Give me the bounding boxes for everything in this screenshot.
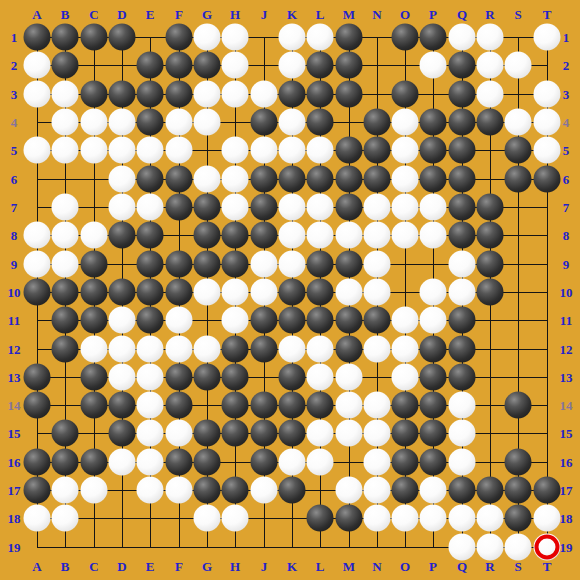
stone-black[interactable] bbox=[336, 194, 363, 221]
coord-label: 12 bbox=[8, 343, 21, 356]
stone-white[interactable] bbox=[449, 420, 476, 447]
stone-black[interactable] bbox=[109, 392, 136, 419]
stone-black[interactable] bbox=[137, 109, 164, 136]
stone-black[interactable] bbox=[392, 81, 419, 108]
stone-white[interactable] bbox=[307, 420, 334, 447]
stone-black[interactable] bbox=[81, 251, 108, 278]
stone-white[interactable] bbox=[420, 52, 447, 79]
stone-black[interactable] bbox=[336, 505, 363, 532]
stone-white[interactable] bbox=[137, 392, 164, 419]
stone-black[interactable] bbox=[364, 137, 391, 164]
stone-white[interactable] bbox=[364, 449, 391, 476]
stone-black[interactable] bbox=[307, 166, 334, 193]
stone-white[interactable] bbox=[392, 307, 419, 334]
stone-white[interactable] bbox=[477, 505, 504, 532]
stone-black[interactable] bbox=[52, 336, 79, 363]
stone-white[interactable] bbox=[336, 222, 363, 249]
stone-white[interactable] bbox=[24, 52, 51, 79]
stone-white[interactable] bbox=[166, 336, 193, 363]
stone-black[interactable] bbox=[109, 420, 136, 447]
stone-black[interactable] bbox=[307, 52, 334, 79]
coord-label: 16 bbox=[560, 456, 573, 469]
stone-black[interactable] bbox=[24, 24, 51, 51]
stone-black[interactable] bbox=[477, 194, 504, 221]
stone-white[interactable] bbox=[534, 505, 561, 532]
stone-white[interactable] bbox=[251, 279, 278, 306]
coord-label: 18 bbox=[560, 512, 573, 525]
stone-white[interactable] bbox=[420, 307, 447, 334]
stone-white[interactable] bbox=[477, 534, 504, 561]
stone-white[interactable] bbox=[52, 137, 79, 164]
stone-black[interactable] bbox=[194, 194, 221, 221]
stone-black[interactable] bbox=[449, 307, 476, 334]
stone-black[interactable] bbox=[364, 307, 391, 334]
stone-black[interactable] bbox=[449, 194, 476, 221]
stone-black[interactable] bbox=[137, 251, 164, 278]
stone-black[interactable] bbox=[251, 194, 278, 221]
stone-white[interactable] bbox=[364, 279, 391, 306]
stone-black[interactable] bbox=[24, 364, 51, 391]
stone-black[interactable] bbox=[137, 307, 164, 334]
stone-white[interactable] bbox=[222, 194, 249, 221]
stone-black[interactable] bbox=[392, 420, 419, 447]
stone-white[interactable] bbox=[109, 336, 136, 363]
stone-white[interactable] bbox=[109, 364, 136, 391]
stone-black[interactable] bbox=[449, 364, 476, 391]
stone-white[interactable] bbox=[364, 477, 391, 504]
coord-label: D bbox=[117, 560, 126, 573]
coord-label: J bbox=[261, 8, 268, 21]
stone-white[interactable] bbox=[477, 24, 504, 51]
stone-white[interactable] bbox=[307, 336, 334, 363]
coord-label: T bbox=[543, 560, 552, 573]
stone-black[interactable] bbox=[279, 81, 306, 108]
stone-white[interactable] bbox=[137, 364, 164, 391]
stone-white[interactable] bbox=[194, 109, 221, 136]
stone-black[interactable] bbox=[279, 279, 306, 306]
stone-black[interactable] bbox=[52, 420, 79, 447]
stone-black[interactable] bbox=[336, 251, 363, 278]
stone-black[interactable] bbox=[449, 81, 476, 108]
stone-white[interactable] bbox=[251, 81, 278, 108]
stone-white[interactable] bbox=[336, 477, 363, 504]
stone-black[interactable] bbox=[392, 392, 419, 419]
stone-white[interactable] bbox=[222, 137, 249, 164]
stone-white[interactable] bbox=[166, 137, 193, 164]
stone-white[interactable] bbox=[534, 81, 561, 108]
stone-black[interactable] bbox=[336, 137, 363, 164]
stone-black[interactable] bbox=[137, 166, 164, 193]
stone-black[interactable] bbox=[336, 24, 363, 51]
stone-black[interactable] bbox=[251, 166, 278, 193]
stone-black[interactable] bbox=[251, 449, 278, 476]
stone-black[interactable] bbox=[194, 364, 221, 391]
stone-white[interactable] bbox=[392, 505, 419, 532]
stone-white[interactable] bbox=[137, 194, 164, 221]
stone-black[interactable] bbox=[109, 279, 136, 306]
stone-white[interactable] bbox=[52, 81, 79, 108]
stone-white[interactable] bbox=[392, 137, 419, 164]
stone-white[interactable] bbox=[279, 449, 306, 476]
stone-black[interactable] bbox=[166, 52, 193, 79]
coord-label: 7 bbox=[563, 201, 570, 214]
stone-black[interactable] bbox=[336, 52, 363, 79]
stone-black[interactable] bbox=[420, 364, 447, 391]
stone-white[interactable] bbox=[194, 166, 221, 193]
coord-label: 13 bbox=[8, 371, 21, 384]
stone-white[interactable] bbox=[222, 307, 249, 334]
stone-white[interactable] bbox=[392, 109, 419, 136]
stone-black[interactable] bbox=[420, 392, 447, 419]
coord-label: M bbox=[343, 8, 355, 21]
stone-white[interactable] bbox=[81, 109, 108, 136]
stone-black[interactable] bbox=[449, 52, 476, 79]
stone-white[interactable] bbox=[137, 449, 164, 476]
stone-black[interactable] bbox=[194, 251, 221, 278]
stone-black[interactable] bbox=[166, 24, 193, 51]
stone-white[interactable] bbox=[505, 109, 532, 136]
stone-black[interactable] bbox=[449, 222, 476, 249]
stone-white[interactable] bbox=[52, 505, 79, 532]
stone-black[interactable] bbox=[336, 307, 363, 334]
coord-label: T bbox=[543, 8, 552, 21]
stone-white[interactable] bbox=[109, 307, 136, 334]
stone-white[interactable] bbox=[279, 24, 306, 51]
coord-label: D bbox=[117, 8, 126, 21]
stone-black[interactable] bbox=[477, 251, 504, 278]
stone-black[interactable] bbox=[449, 477, 476, 504]
stone-black[interactable] bbox=[307, 109, 334, 136]
stone-black[interactable] bbox=[251, 336, 278, 363]
stone-white[interactable] bbox=[279, 194, 306, 221]
stone-black[interactable] bbox=[24, 449, 51, 476]
stone-black[interactable] bbox=[534, 477, 561, 504]
stone-black[interactable] bbox=[364, 166, 391, 193]
stone-white[interactable] bbox=[392, 336, 419, 363]
coord-label: 3 bbox=[11, 88, 18, 101]
stone-white[interactable] bbox=[194, 81, 221, 108]
stone-black[interactable] bbox=[166, 392, 193, 419]
stone-white[interactable] bbox=[505, 52, 532, 79]
stone-black[interactable] bbox=[420, 336, 447, 363]
coord-label: P bbox=[429, 8, 437, 21]
stone-white[interactable] bbox=[279, 137, 306, 164]
stone-black[interactable] bbox=[52, 307, 79, 334]
coord-label: C bbox=[89, 560, 98, 573]
stone-white[interactable] bbox=[449, 279, 476, 306]
stone-white[interactable] bbox=[449, 505, 476, 532]
stone-black[interactable] bbox=[52, 24, 79, 51]
stone-black[interactable] bbox=[222, 420, 249, 447]
stone-black[interactable] bbox=[420, 24, 447, 51]
stone-white[interactable] bbox=[194, 24, 221, 51]
stone-black[interactable] bbox=[251, 222, 278, 249]
stone-white[interactable] bbox=[137, 137, 164, 164]
coord-label: 8 bbox=[11, 229, 18, 242]
stone-black[interactable] bbox=[392, 449, 419, 476]
stone-white[interactable] bbox=[534, 109, 561, 136]
stone-white[interactable] bbox=[477, 81, 504, 108]
stone-white[interactable] bbox=[364, 420, 391, 447]
stone-black[interactable] bbox=[52, 52, 79, 79]
coord-label: 11 bbox=[560, 314, 572, 327]
stone-black[interactable] bbox=[279, 420, 306, 447]
stone-white[interactable] bbox=[420, 505, 447, 532]
stone-black[interactable] bbox=[81, 392, 108, 419]
stone-white[interactable] bbox=[307, 449, 334, 476]
stone-black[interactable] bbox=[222, 251, 249, 278]
stone-white[interactable] bbox=[251, 137, 278, 164]
stone-black[interactable] bbox=[477, 222, 504, 249]
stone-white[interactable] bbox=[449, 392, 476, 419]
stone-white[interactable] bbox=[109, 194, 136, 221]
stone-white[interactable] bbox=[109, 137, 136, 164]
stone-white[interactable] bbox=[279, 109, 306, 136]
stone-white[interactable] bbox=[81, 137, 108, 164]
stone-black[interactable] bbox=[81, 307, 108, 334]
stone-black[interactable] bbox=[279, 477, 306, 504]
stone-black[interactable] bbox=[279, 392, 306, 419]
stone-black[interactable] bbox=[420, 166, 447, 193]
stone-black[interactable] bbox=[420, 420, 447, 447]
stone-black[interactable] bbox=[449, 109, 476, 136]
stone-white[interactable] bbox=[194, 505, 221, 532]
coord-label: L bbox=[316, 8, 325, 21]
stone-white[interactable] bbox=[52, 194, 79, 221]
stone-white[interactable] bbox=[109, 109, 136, 136]
stone-black[interactable] bbox=[251, 109, 278, 136]
stone-white[interactable] bbox=[336, 364, 363, 391]
stone-black[interactable] bbox=[194, 52, 221, 79]
stone-white[interactable] bbox=[307, 364, 334, 391]
stone-white[interactable] bbox=[222, 505, 249, 532]
stone-white[interactable] bbox=[477, 52, 504, 79]
stone-black[interactable] bbox=[222, 222, 249, 249]
stone-white[interactable] bbox=[392, 166, 419, 193]
stone-white[interactable] bbox=[222, 81, 249, 108]
stone-black[interactable] bbox=[307, 251, 334, 278]
stone-white[interactable] bbox=[364, 505, 391, 532]
stone-black[interactable] bbox=[166, 194, 193, 221]
stone-black[interactable] bbox=[307, 392, 334, 419]
stone-white[interactable] bbox=[534, 24, 561, 51]
stone-black[interactable] bbox=[477, 109, 504, 136]
coord-label: K bbox=[287, 8, 297, 21]
stone-white[interactable] bbox=[364, 222, 391, 249]
stone-black[interactable] bbox=[166, 166, 193, 193]
stone-white[interactable] bbox=[534, 137, 561, 164]
stone-black[interactable] bbox=[222, 364, 249, 391]
stone-black[interactable] bbox=[109, 222, 136, 249]
stone-white[interactable] bbox=[137, 336, 164, 363]
stone-white[interactable] bbox=[222, 166, 249, 193]
coord-label: B bbox=[61, 8, 70, 21]
coord-label: H bbox=[230, 8, 240, 21]
stone-white[interactable] bbox=[336, 420, 363, 447]
stone-white[interactable] bbox=[420, 279, 447, 306]
stone-white[interactable] bbox=[52, 109, 79, 136]
stone-white[interactable] bbox=[81, 477, 108, 504]
stone-white[interactable] bbox=[24, 81, 51, 108]
stone-black[interactable] bbox=[279, 364, 306, 391]
stone-black[interactable] bbox=[307, 505, 334, 532]
stone-white[interactable] bbox=[420, 477, 447, 504]
stone-white[interactable] bbox=[279, 222, 306, 249]
stone-black[interactable] bbox=[251, 307, 278, 334]
stone-black[interactable] bbox=[279, 166, 306, 193]
stone-black[interactable] bbox=[279, 307, 306, 334]
stone-black[interactable] bbox=[166, 81, 193, 108]
stone-white[interactable] bbox=[166, 307, 193, 334]
stone-black[interactable] bbox=[81, 364, 108, 391]
stone-black[interactable] bbox=[364, 109, 391, 136]
stone-white[interactable] bbox=[251, 251, 278, 278]
stone-black[interactable] bbox=[336, 336, 363, 363]
stone-black[interactable] bbox=[137, 52, 164, 79]
stone-white[interactable] bbox=[392, 364, 419, 391]
stone-black[interactable] bbox=[336, 81, 363, 108]
coord-label: E bbox=[146, 560, 155, 573]
stone-white[interactable] bbox=[279, 52, 306, 79]
stone-white[interactable] bbox=[24, 505, 51, 532]
stone-black[interactable] bbox=[505, 477, 532, 504]
stone-white[interactable] bbox=[137, 477, 164, 504]
stone-black[interactable] bbox=[137, 222, 164, 249]
stone-white[interactable] bbox=[449, 251, 476, 278]
stone-white[interactable] bbox=[24, 222, 51, 249]
stone-white[interactable] bbox=[307, 24, 334, 51]
stone-black[interactable] bbox=[505, 505, 532, 532]
stone-white[interactable] bbox=[392, 194, 419, 221]
stone-white[interactable] bbox=[194, 336, 221, 363]
coord-label: 5 bbox=[563, 144, 570, 157]
stone-black[interactable] bbox=[420, 449, 447, 476]
stone-black[interactable] bbox=[449, 166, 476, 193]
stone-white[interactable] bbox=[449, 24, 476, 51]
stone-white[interactable] bbox=[420, 222, 447, 249]
stone-black[interactable] bbox=[251, 420, 278, 447]
stone-black[interactable] bbox=[477, 477, 504, 504]
stone-white[interactable] bbox=[279, 336, 306, 363]
stone-white[interactable] bbox=[222, 24, 249, 51]
stone-black[interactable] bbox=[24, 477, 51, 504]
screenshot-root: { "game": "go", "board": { "size": 19, "… bbox=[0, 0, 580, 580]
stone-black[interactable] bbox=[166, 364, 193, 391]
stone-white[interactable] bbox=[307, 222, 334, 249]
stone-white[interactable] bbox=[24, 137, 51, 164]
stone-black[interactable] bbox=[307, 279, 334, 306]
stone-black[interactable] bbox=[194, 222, 221, 249]
stone-black[interactable] bbox=[109, 24, 136, 51]
stone-white[interactable] bbox=[109, 166, 136, 193]
coord-label: G bbox=[202, 560, 212, 573]
stone-black[interactable] bbox=[24, 279, 51, 306]
stone-black[interactable] bbox=[166, 251, 193, 278]
stone-white[interactable] bbox=[449, 534, 476, 561]
stone-black[interactable] bbox=[137, 279, 164, 306]
stone-white[interactable] bbox=[222, 279, 249, 306]
stone-black[interactable] bbox=[449, 137, 476, 164]
stone-white[interactable] bbox=[392, 222, 419, 249]
go-board[interactable]: AABBCCDDEEFFGGHHJJKKLLMMNNOOPPQQRRSSTT11… bbox=[0, 0, 580, 580]
coord-label: 4 bbox=[11, 116, 18, 129]
stone-black[interactable] bbox=[166, 449, 193, 476]
stone-white[interactable] bbox=[336, 279, 363, 306]
stone-white[interactable] bbox=[307, 137, 334, 164]
stone-black[interactable] bbox=[222, 392, 249, 419]
stone-white[interactable] bbox=[307, 194, 334, 221]
stone-black[interactable] bbox=[534, 166, 561, 193]
stone-black[interactable] bbox=[505, 392, 532, 419]
coord-label: J bbox=[261, 560, 268, 573]
coord-label: S bbox=[514, 8, 521, 21]
stone-black[interactable] bbox=[109, 81, 136, 108]
stone-black[interactable] bbox=[449, 336, 476, 363]
stone-white[interactable] bbox=[52, 251, 79, 278]
stone-black[interactable] bbox=[505, 449, 532, 476]
stone-white[interactable] bbox=[52, 222, 79, 249]
stone-black[interactable] bbox=[81, 81, 108, 108]
stone-black[interactable] bbox=[81, 279, 108, 306]
stone-black[interactable] bbox=[307, 307, 334, 334]
stone-white[interactable] bbox=[364, 392, 391, 419]
stone-white[interactable] bbox=[251, 477, 278, 504]
stone-black[interactable] bbox=[505, 166, 532, 193]
stone-white[interactable] bbox=[364, 194, 391, 221]
stone-black[interactable] bbox=[336, 166, 363, 193]
stone-white[interactable] bbox=[24, 251, 51, 278]
stone-black[interactable] bbox=[194, 449, 221, 476]
stone-white[interactable] bbox=[505, 534, 532, 561]
stone-black[interactable] bbox=[392, 24, 419, 51]
stone-white[interactable] bbox=[81, 222, 108, 249]
stone-black[interactable] bbox=[505, 137, 532, 164]
stone-black[interactable] bbox=[420, 109, 447, 136]
stone-white[interactable] bbox=[364, 251, 391, 278]
stone-black[interactable] bbox=[251, 392, 278, 419]
stone-white[interactable] bbox=[279, 251, 306, 278]
stone-black[interactable] bbox=[194, 420, 221, 447]
stone-white[interactable] bbox=[137, 420, 164, 447]
stone-white[interactable] bbox=[52, 477, 79, 504]
stone-white[interactable] bbox=[449, 449, 476, 476]
stone-white[interactable] bbox=[109, 449, 136, 476]
stone-black[interactable] bbox=[307, 81, 334, 108]
stone-white[interactable] bbox=[222, 52, 249, 79]
stone-black[interactable] bbox=[420, 137, 447, 164]
stone-black[interactable] bbox=[222, 336, 249, 363]
stone-black[interactable] bbox=[194, 477, 221, 504]
stone-white[interactable] bbox=[420, 194, 447, 221]
stone-white[interactable] bbox=[166, 109, 193, 136]
stone-white[interactable] bbox=[166, 420, 193, 447]
stone-white[interactable] bbox=[166, 477, 193, 504]
stone-white[interactable] bbox=[81, 336, 108, 363]
stone-black[interactable] bbox=[222, 477, 249, 504]
stone-black[interactable] bbox=[477, 279, 504, 306]
stone-black[interactable] bbox=[52, 279, 79, 306]
stone-black[interactable] bbox=[52, 449, 79, 476]
stone-black[interactable] bbox=[24, 392, 51, 419]
stone-black[interactable] bbox=[137, 81, 164, 108]
stone-white[interactable] bbox=[364, 336, 391, 363]
stone-black[interactable] bbox=[392, 477, 419, 504]
stone-black[interactable] bbox=[166, 279, 193, 306]
stone-black[interactable] bbox=[81, 24, 108, 51]
stone-white[interactable] bbox=[336, 392, 363, 419]
stone-black[interactable] bbox=[81, 449, 108, 476]
stone-white[interactable] bbox=[194, 279, 221, 306]
